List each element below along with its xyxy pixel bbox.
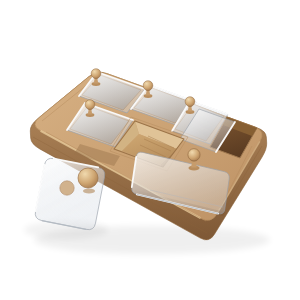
knob-middle-left: [85, 100, 95, 117]
knob-back-right: [185, 97, 195, 114]
knob-base-through-lid: [83, 188, 95, 193]
product-photo-puzzle-box: [0, 0, 300, 300]
knob-removed-lid-refraction: [60, 181, 74, 195]
knob-back-center: [143, 81, 153, 98]
knob-removed-lid-ball: [78, 168, 98, 188]
knob-back-left: [91, 69, 101, 86]
removed-lid: [35, 158, 104, 229]
knob-front-sliding-lid: [188, 149, 200, 171]
